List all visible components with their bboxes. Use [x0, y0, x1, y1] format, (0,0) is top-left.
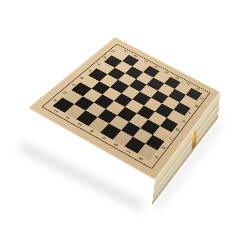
product-photo: aabbccddeeffgghh1122334455667788 [0, 0, 250, 250]
